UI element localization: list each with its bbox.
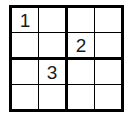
- sudoku-cell-r3c3[interactable]: [68, 60, 94, 84]
- sudoku-board: 1 2 3: [9, 5, 124, 112]
- sudoku-cell-r1c4[interactable]: [95, 8, 121, 32]
- sudoku-cell-r2c3[interactable]: 2: [68, 33, 94, 57]
- sudoku-cell-r2c4[interactable]: [95, 33, 121, 57]
- sudoku-cell-r4c1[interactable]: [12, 85, 38, 109]
- sudoku-cell-r2c2[interactable]: [39, 33, 65, 57]
- sudoku-cell-r4c3[interactable]: [68, 85, 94, 109]
- sudoku-cell-r2c1[interactable]: [12, 33, 38, 57]
- sudoku-page: 1 2 3: [0, 0, 133, 117]
- sudoku-cell-r3c4[interactable]: [95, 60, 121, 84]
- sudoku-cell-r4c2[interactable]: [39, 85, 65, 109]
- sudoku-cell-r1c2[interactable]: [39, 8, 65, 32]
- sudoku-cell-r1c1[interactable]: 1: [12, 8, 38, 32]
- sudoku-cell-r3c1[interactable]: [12, 60, 38, 84]
- sudoku-cell-r3c2[interactable]: 3: [39, 60, 65, 84]
- sudoku-cell-r4c4[interactable]: [95, 85, 121, 109]
- sudoku-cell-r1c3[interactable]: [68, 8, 94, 32]
